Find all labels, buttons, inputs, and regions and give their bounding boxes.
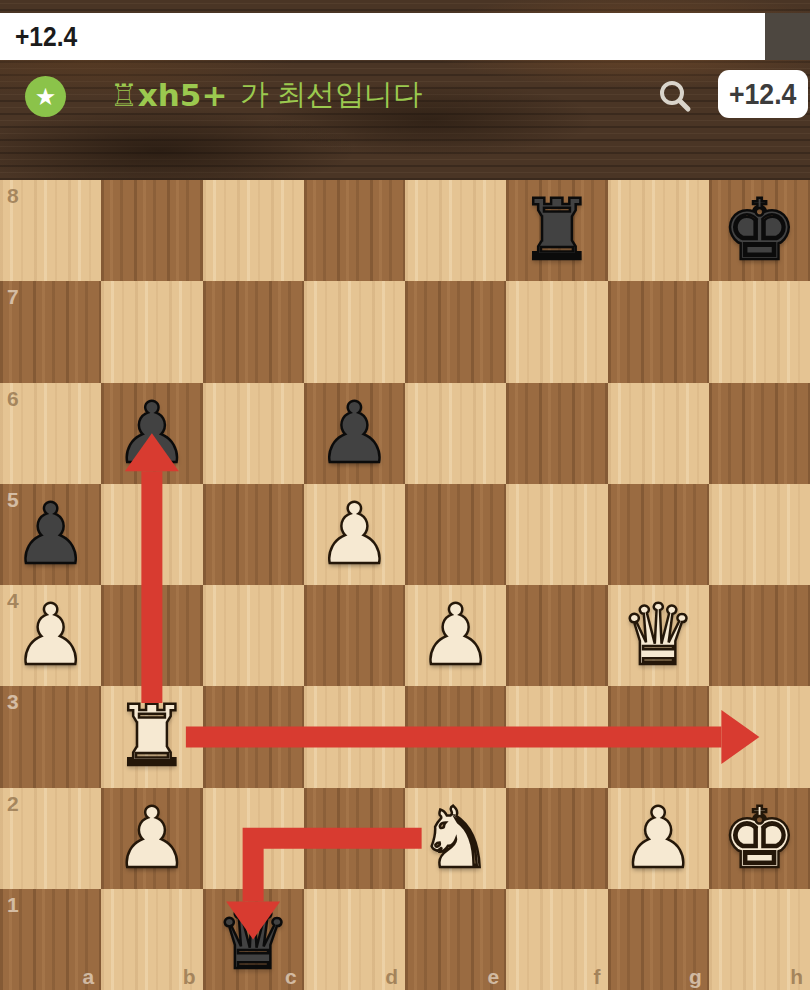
file-label-d: d	[385, 966, 398, 987]
square-g8[interactable]	[608, 180, 709, 281]
white-pawn[interactable]: ♟	[304, 484, 405, 585]
square-f6[interactable]	[506, 383, 607, 484]
black-pawn[interactable]: ♟	[0, 484, 101, 585]
square-h7[interactable]	[709, 281, 810, 382]
white-pawn[interactable]: ♟	[101, 788, 202, 889]
square-e5[interactable]	[405, 484, 506, 585]
evaluation-badge[interactable]: +12.4	[718, 70, 808, 118]
black-pawn[interactable]: ♟	[101, 383, 202, 484]
star-icon: ★	[35, 85, 57, 109]
search-button[interactable]	[656, 77, 696, 117]
rank-label-3: 3	[7, 691, 19, 712]
square-a7[interactable]: 7	[0, 281, 101, 382]
square-f2[interactable]	[506, 788, 607, 889]
file-label-a: a	[83, 966, 95, 987]
best-move-star-button[interactable]: ★	[25, 76, 66, 117]
square-f5[interactable]	[506, 484, 607, 585]
file-label-e: e	[488, 966, 500, 987]
square-g5[interactable]	[608, 484, 709, 585]
file-label-b: b	[183, 966, 196, 987]
square-a8[interactable]: 8	[0, 180, 101, 281]
square-d3[interactable]	[304, 686, 405, 787]
black-pawn[interactable]: ♟	[304, 383, 405, 484]
best-move-text[interactable]: ♖xh5+	[110, 60, 227, 130]
file-label-f: f	[594, 966, 601, 987]
square-b7[interactable]	[101, 281, 202, 382]
white-pawn[interactable]: ♟	[405, 585, 506, 686]
file-label-h: h	[790, 966, 803, 987]
square-f3[interactable]	[506, 686, 607, 787]
square-g6[interactable]	[608, 383, 709, 484]
square-f1[interactable]: f	[506, 889, 607, 990]
suggestion-row: ★ ♖xh5+ 가 최선입니다 +12.4	[0, 60, 810, 130]
square-a3[interactable]: 3	[0, 686, 101, 787]
square-c2[interactable]	[203, 788, 304, 889]
evaluation-badge-value: +12.4	[729, 78, 797, 111]
square-d7[interactable]	[304, 281, 405, 382]
square-h1[interactable]: h	[709, 889, 810, 990]
black-queen[interactable]: ♛	[203, 889, 304, 990]
evaluation-bar: +12.4	[0, 13, 810, 60]
white-queen[interactable]: ♛	[608, 585, 709, 686]
square-b1[interactable]: b	[101, 889, 202, 990]
square-d1[interactable]: d	[304, 889, 405, 990]
search-icon	[656, 77, 696, 117]
square-d2[interactable]	[304, 788, 405, 889]
square-c7[interactable]	[203, 281, 304, 382]
square-h3[interactable]	[709, 686, 810, 787]
square-a6[interactable]: 6	[0, 383, 101, 484]
square-d4[interactable]	[304, 585, 405, 686]
square-f4[interactable]	[506, 585, 607, 686]
best-move-phrase: 가 최선입니다	[240, 60, 422, 130]
square-f7[interactable]	[506, 281, 607, 382]
square-e3[interactable]	[405, 686, 506, 787]
file-label-g: g	[689, 966, 702, 987]
square-c3[interactable]	[203, 686, 304, 787]
square-e8[interactable]	[405, 180, 506, 281]
square-b5[interactable]	[101, 484, 202, 585]
rank-label-1: 1	[7, 894, 19, 915]
square-b8[interactable]	[101, 180, 202, 281]
white-king[interactable]: ♚	[709, 788, 810, 889]
black-king[interactable]: ♚	[709, 180, 810, 281]
square-g3[interactable]	[608, 686, 709, 787]
square-g7[interactable]	[608, 281, 709, 382]
white-pawn[interactable]: ♟	[608, 788, 709, 889]
square-e1[interactable]: e	[405, 889, 506, 990]
square-h6[interactable]	[709, 383, 810, 484]
square-e7[interactable]	[405, 281, 506, 382]
square-a2[interactable]: 2	[0, 788, 101, 889]
evaluation-bar-white-portion: +12.4	[0, 13, 765, 60]
rank-label-8: 8	[7, 185, 19, 206]
square-c4[interactable]	[203, 585, 304, 686]
rank-label-2: 2	[7, 793, 19, 814]
square-b4[interactable]	[101, 585, 202, 686]
rank-label-7: 7	[7, 286, 19, 307]
square-h4[interactable]	[709, 585, 810, 686]
square-c8[interactable]	[203, 180, 304, 281]
square-d8[interactable]	[304, 180, 405, 281]
white-knight[interactable]: ♞	[405, 788, 506, 889]
square-c5[interactable]	[203, 484, 304, 585]
rank-label-6: 6	[7, 388, 19, 409]
black-rook[interactable]: ♜	[506, 180, 607, 281]
white-rook[interactable]: ♜	[101, 686, 202, 787]
square-h5[interactable]	[709, 484, 810, 585]
square-a1[interactable]: 1a	[0, 889, 101, 990]
white-pawn[interactable]: ♟	[0, 585, 101, 686]
square-g1[interactable]: g	[608, 889, 709, 990]
evaluation-bar-value: +12.4	[0, 21, 77, 53]
square-e6[interactable]	[405, 383, 506, 484]
square-c6[interactable]	[203, 383, 304, 484]
